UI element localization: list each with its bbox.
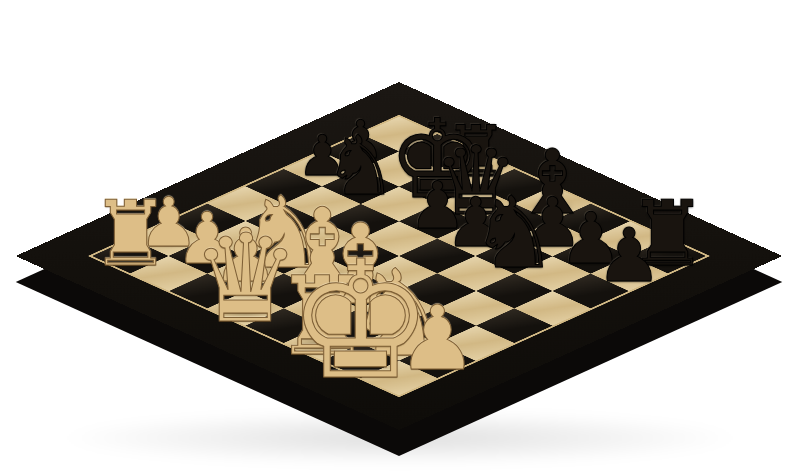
piece-white-king-g1[interactable]: ♚ <box>288 240 434 403</box>
chess-set-photo: ♟♜♟♚♞♝♛♟♟♟♟♜♟♞♞♟♜♟♝♟♝♛♞♜♟♚ <box>0 0 800 472</box>
piece-black-knight-f6[interactable]: ♞ <box>470 183 559 282</box>
piece-white-rook-a1[interactable]: ♜ <box>90 189 171 279</box>
piece-black-pawn-h7[interactable]: ♟ <box>596 219 662 293</box>
